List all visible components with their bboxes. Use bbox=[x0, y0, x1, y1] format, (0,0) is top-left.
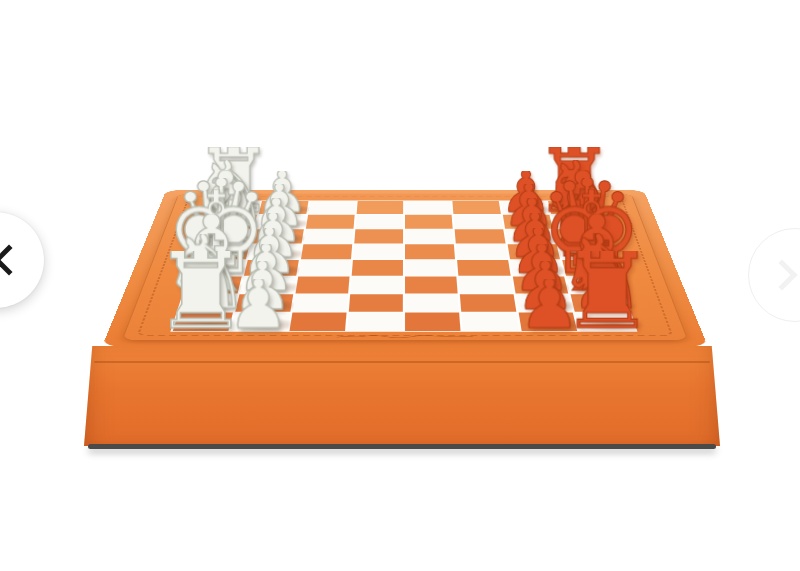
board-square bbox=[462, 312, 519, 331]
board-square bbox=[308, 201, 356, 214]
board-square bbox=[356, 201, 403, 214]
board-square bbox=[453, 201, 501, 214]
board-square bbox=[347, 312, 403, 331]
board-square bbox=[460, 294, 516, 312]
board-square bbox=[355, 215, 403, 229]
box-top-surface: ♜♟♟♜♞♟♟♞♝♟♟♝♛♟♟♛♚♟♟♚♝♟♟♝♞♟♟♞♜♟♟♜ bbox=[102, 190, 708, 347]
board-square bbox=[405, 294, 459, 312]
board-square bbox=[405, 215, 453, 229]
board-square bbox=[405, 312, 461, 331]
chevron-right-icon bbox=[766, 259, 797, 290]
board-panel: ♜♟♟♜♞♟♟♞♝♟♟♝♛♟♟♛♚♟♟♚♝♟♟♝♞♟♟♞♜♟♟♜ bbox=[123, 194, 688, 340]
board-square bbox=[353, 244, 403, 259]
white-pawn: ♟ bbox=[228, 279, 290, 331]
board-square bbox=[459, 277, 513, 294]
chevron-left-icon bbox=[0, 244, 25, 275]
board-square bbox=[295, 277, 349, 294]
board-square: ♟ bbox=[518, 312, 577, 331]
chess-box: ♜♟♟♜♞♟♟♞♝♟♟♝♛♟♟♛♚♟♟♚♝♟♟♝♞♟♟♞♜♟♟♜ bbox=[0, 0, 800, 571]
box-bottom-trim bbox=[88, 444, 716, 449]
board-square bbox=[349, 294, 403, 312]
board-square bbox=[405, 277, 458, 294]
board-square bbox=[457, 260, 510, 276]
board-square bbox=[351, 260, 403, 276]
board-square bbox=[456, 244, 507, 259]
board-square bbox=[350, 277, 403, 294]
board-square bbox=[405, 244, 455, 259]
board-square bbox=[454, 215, 503, 229]
embossed-logo bbox=[333, 333, 477, 339]
board-square bbox=[289, 312, 346, 331]
board-square bbox=[298, 260, 351, 276]
board-square bbox=[405, 260, 457, 276]
product-photo-scene: ♜♟♟♜♞♟♟♞♝♟♟♝♛♟♟♛♚♟♟♚♝♟♟♝♞♟♟♞♜♟♟♜ bbox=[0, 0, 800, 571]
orange-pawn: ♟ bbox=[518, 279, 580, 331]
board-square: ♜ bbox=[173, 312, 233, 331]
chessboard: ♜♟♟♜♞♟♟♞♝♟♟♝♛♟♟♛♚♟♟♚♝♟♟♝♞♟♟♞♜♟♟♜ bbox=[170, 201, 637, 332]
board-square bbox=[292, 294, 348, 312]
box-front-face bbox=[84, 346, 720, 446]
board-square: ♟ bbox=[231, 312, 290, 331]
board-square: ♜ bbox=[575, 312, 635, 331]
board-square bbox=[305, 215, 354, 229]
board-square bbox=[405, 201, 452, 214]
